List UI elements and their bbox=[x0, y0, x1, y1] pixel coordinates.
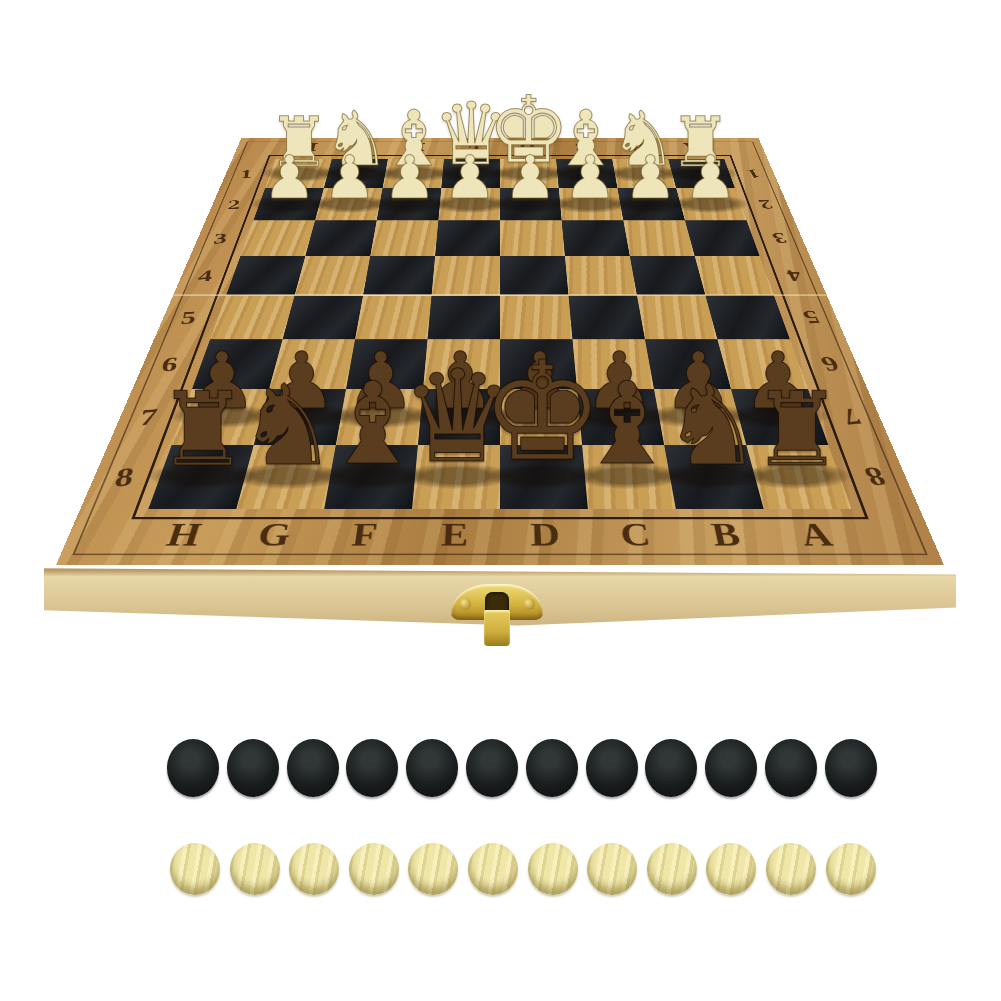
square-b5 bbox=[637, 295, 717, 339]
piece-white-pawn-c2: ♟ bbox=[564, 148, 617, 208]
brass-clasp bbox=[451, 584, 543, 650]
checker-light bbox=[587, 843, 637, 895]
square-a4 bbox=[695, 256, 774, 295]
piece-white-pawn-a2: ♟ bbox=[684, 148, 737, 208]
product-photo: HHGGFFEEDDCCBBAA1122334455667788 ♜♞♝♛♚♝♞… bbox=[0, 0, 1001, 1001]
piece-black-knight-b8: ♞ bbox=[662, 370, 762, 481]
square-e4 bbox=[432, 256, 500, 295]
rank-label-left-1: 1 bbox=[231, 166, 262, 182]
square-g5 bbox=[283, 295, 363, 339]
checker-black bbox=[346, 739, 398, 797]
fold-seam bbox=[173, 294, 828, 296]
rank-label-right-1: 1 bbox=[736, 166, 772, 181]
square-c4 bbox=[565, 256, 637, 295]
piece-white-pawn-f2: ♟ bbox=[383, 148, 436, 208]
rank-label-right-5: 5 bbox=[789, 306, 835, 329]
square-g3 bbox=[305, 220, 376, 255]
checker-light bbox=[706, 843, 756, 895]
clasp-screw-icon bbox=[459, 598, 471, 610]
square-g4 bbox=[295, 256, 371, 295]
square-f4 bbox=[363, 256, 435, 295]
square-f5 bbox=[355, 295, 431, 339]
rank-label-right-2: 2 bbox=[747, 196, 785, 213]
checker-black bbox=[466, 739, 518, 797]
piece-black-rook-h8: ♜ bbox=[157, 379, 249, 481]
square-e3 bbox=[435, 220, 500, 255]
piece-white-pawn-g2: ♟ bbox=[323, 148, 376, 208]
file-label-near-h: H bbox=[148, 516, 218, 553]
checker-black bbox=[705, 739, 757, 797]
checker-black bbox=[167, 739, 219, 797]
checker-light bbox=[826, 843, 876, 895]
square-h4 bbox=[226, 256, 305, 295]
rank-label-left-2: 2 bbox=[218, 196, 250, 213]
checker-light bbox=[289, 843, 339, 895]
rank-label-right-8: 8 bbox=[847, 460, 904, 493]
rank-label-right-4: 4 bbox=[773, 265, 816, 286]
file-label-near-a: A bbox=[781, 516, 851, 553]
square-b3 bbox=[623, 220, 694, 255]
file-label-near-d: D bbox=[516, 516, 576, 553]
checker-light bbox=[528, 843, 578, 895]
square-c3 bbox=[562, 220, 630, 255]
checker-light bbox=[408, 843, 458, 895]
file-label-near-e: E bbox=[424, 516, 484, 553]
checker-black bbox=[526, 739, 578, 797]
checker-light bbox=[349, 843, 399, 895]
square-h3 bbox=[240, 220, 315, 255]
square-b4 bbox=[630, 256, 706, 295]
checker-black bbox=[406, 739, 458, 797]
square-a5 bbox=[705, 295, 789, 339]
checker-black bbox=[765, 739, 817, 797]
piece-black-rook-a8: ♜ bbox=[751, 379, 843, 481]
rank-label-left-8: 8 bbox=[99, 460, 149, 494]
rank-label-left-3: 3 bbox=[203, 229, 237, 248]
clasp-hasp-icon bbox=[484, 610, 510, 646]
file-label-near-b: B bbox=[693, 516, 760, 553]
checker-light bbox=[230, 843, 280, 895]
checker-light bbox=[170, 843, 220, 895]
checker-light bbox=[468, 843, 518, 895]
piece-white-pawn-d2: ♟ bbox=[503, 148, 556, 208]
rank-label-left-5: 5 bbox=[169, 306, 208, 330]
square-a3 bbox=[685, 220, 760, 255]
checker-black bbox=[645, 739, 697, 797]
piece-white-pawn-h2: ♟ bbox=[263, 148, 316, 208]
checker-light bbox=[766, 843, 816, 895]
piece-white-pawn-e2: ♟ bbox=[443, 148, 496, 208]
checker-black bbox=[586, 739, 638, 797]
checker-black bbox=[287, 739, 339, 797]
clasp-screw-icon bbox=[523, 598, 535, 610]
file-label-near-c: C bbox=[604, 516, 667, 553]
rank-label-right-3: 3 bbox=[760, 229, 800, 248]
square-h5 bbox=[210, 295, 294, 339]
rank-label-left-4: 4 bbox=[187, 265, 224, 286]
square-d3 bbox=[500, 220, 565, 255]
checker-black bbox=[227, 739, 279, 797]
square-f3 bbox=[370, 220, 438, 255]
chess-board-scene: HHGGFFEEDDCCBBAA1122334455667788 ♜♞♝♛♚♝♞… bbox=[0, 0, 1001, 1001]
checker-light bbox=[647, 843, 697, 895]
square-d4 bbox=[500, 256, 568, 295]
checker-black bbox=[825, 739, 877, 797]
file-label-near-g: G bbox=[240, 516, 307, 553]
piece-white-pawn-b2: ♟ bbox=[624, 148, 677, 208]
file-label-near-f: F bbox=[332, 516, 395, 553]
